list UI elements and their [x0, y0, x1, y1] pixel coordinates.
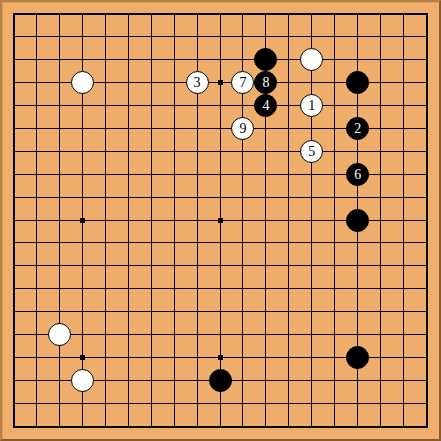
grid-line-horizontal	[13, 334, 428, 335]
star-point	[218, 218, 223, 223]
black-stone-4: 4	[254, 94, 277, 117]
grid-line-vertical	[334, 13, 335, 428]
black-stone	[346, 71, 369, 94]
grid-line-vertical	[380, 13, 381, 428]
black-stone-6: 6	[346, 163, 369, 186]
grid-line-vertical	[288, 13, 289, 428]
black-stone	[346, 346, 369, 369]
grid-line-horizontal	[13, 288, 428, 289]
stone-number: 3	[194, 72, 201, 93]
star-point	[80, 218, 85, 223]
stone-number: 5	[308, 141, 315, 162]
grid-line-vertical	[403, 13, 404, 428]
grid-line-vertical	[311, 13, 312, 428]
grid-line-horizontal	[13, 426, 428, 428]
black-stone	[209, 369, 232, 392]
grid-line-horizontal	[13, 265, 428, 266]
black-stone	[346, 209, 369, 232]
star-point	[80, 355, 85, 360]
star-point	[218, 80, 223, 85]
stone-number: 9	[239, 118, 246, 139]
white-stone-3: 3	[186, 71, 209, 94]
stone-number: 2	[354, 118, 361, 139]
go-board: 123456789	[0, 0, 441, 441]
black-stone-2: 2	[346, 117, 369, 140]
white-stone-1: 1	[300, 94, 323, 117]
stone-number: 6	[354, 164, 361, 185]
grid-line-vertical	[426, 13, 428, 428]
grid-line-horizontal	[13, 403, 428, 404]
star-point	[218, 355, 223, 360]
white-stone	[300, 48, 323, 71]
black-stone-8: 8	[254, 71, 277, 94]
white-stone-7: 7	[231, 71, 254, 94]
black-stone	[254, 48, 277, 71]
stone-number: 4	[262, 95, 269, 116]
stone-number: 7	[239, 72, 246, 93]
white-stone	[71, 369, 94, 392]
stone-number: 8	[262, 72, 269, 93]
grid-line-horizontal	[13, 242, 428, 243]
white-stone	[48, 323, 71, 346]
stone-number: 1	[308, 95, 315, 116]
white-stone	[71, 71, 94, 94]
white-stone-5: 5	[300, 140, 323, 163]
grid-line-horizontal	[13, 311, 428, 312]
white-stone-9: 9	[231, 117, 254, 140]
